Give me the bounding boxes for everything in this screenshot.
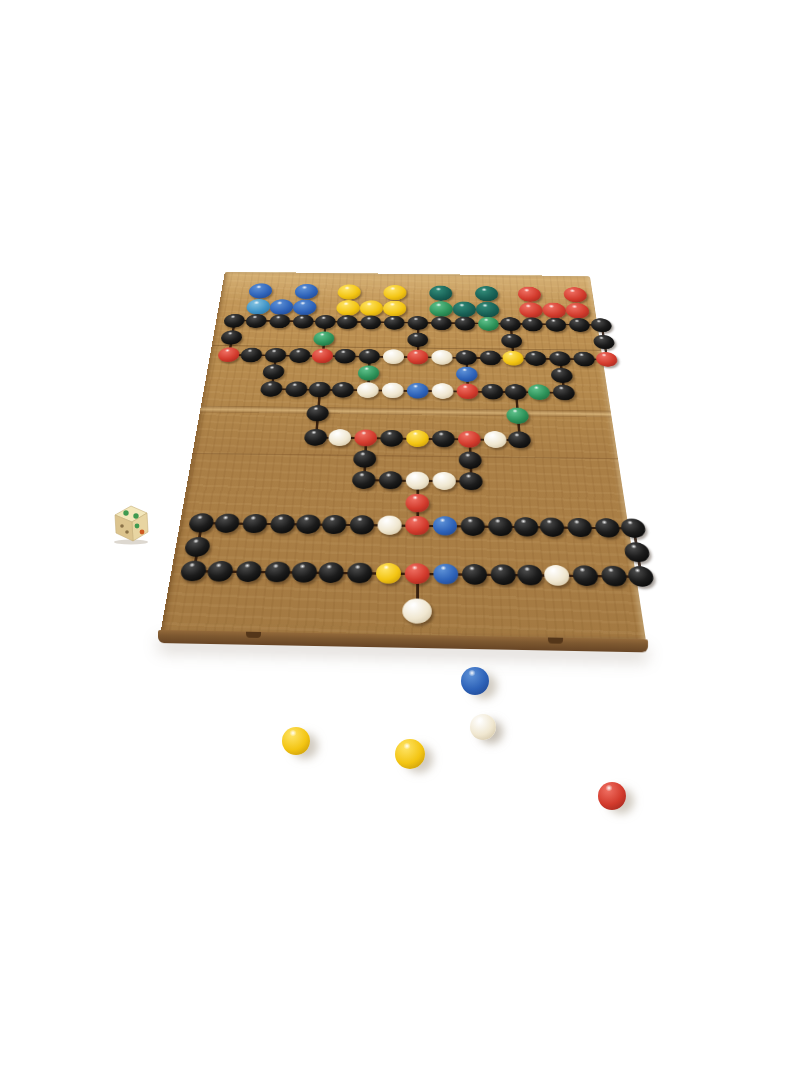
black-peg-row-2-c11: [455, 350, 477, 365]
black-peg-row-6-c12: [488, 517, 513, 536]
blue-marble-row-7-c10[interactable]: [433, 564, 458, 585]
blue-marble-base-top-c2[interactable]: [248, 283, 273, 298]
black-peg-row-3-c3: [260, 381, 284, 397]
black-peg-row-7-c6: [318, 562, 344, 583]
die-pip-red: [140, 530, 145, 535]
black-peg-row-7-c4: [264, 562, 291, 583]
white-barricade-row-5-c9[interactable]: [406, 472, 429, 490]
loose-red-marble-5[interactable]: [598, 782, 626, 810]
black-peg-link-1-2-c17: [593, 335, 616, 350]
red-marble-row-2-c17[interactable]: [595, 352, 618, 367]
black-peg-row-1-c4: [292, 314, 314, 328]
black-peg-row-7-c5: [291, 562, 318, 583]
black-peg-row-2-c2: [240, 348, 263, 363]
black-peg-row-3-c12: [481, 384, 504, 400]
clasp-notch: [548, 637, 563, 643]
black-peg-row-4-c13: [508, 431, 532, 448]
black-peg-row-2-c7: [358, 349, 380, 364]
black-peg-row-4-c8: [380, 430, 403, 447]
black-peg-link-1-2-c1: [220, 330, 243, 344]
black-peg-row-5-c11: [459, 472, 483, 490]
clasp-notch: [246, 632, 261, 638]
black-peg-row-6-c2: [214, 513, 241, 532]
game-board: [160, 272, 646, 641]
black-peg-row-1-c11: [454, 316, 475, 330]
black-peg-row-6-c4: [269, 514, 295, 533]
red-marble-row-2-c9[interactable]: [407, 350, 428, 365]
red-marble-base-top-c14[interactable]: [517, 287, 541, 302]
red-marble-row-2-c5[interactable]: [311, 348, 333, 363]
white-barricade-row-2-c8[interactable]: [383, 349, 404, 364]
black-peg-row-1-c6: [337, 315, 358, 329]
yellow-marble-base-bottom-c7[interactable]: [359, 300, 383, 316]
black-peg-row-3-c6: [332, 382, 355, 398]
white-barricade-row-4-c6[interactable]: [328, 429, 352, 446]
blue-marble-base-bottom-c3[interactable]: [269, 299, 294, 315]
die-pip-green: [135, 524, 140, 529]
white-barricade-row-2-c10[interactable]: [431, 350, 452, 365]
loose-yellow-marble-4[interactable]: [395, 739, 425, 769]
black-peg-row-2-c16: [573, 352, 596, 367]
yellow-marble-base-top-c8[interactable]: [383, 285, 406, 300]
black-peg-row-1-c7: [360, 315, 381, 329]
white-barricade-row-7-c14[interactable]: [543, 565, 570, 586]
black-peg-row-7-c15: [572, 565, 599, 586]
black-peg-row-5-c8: [379, 471, 403, 489]
black-peg-link-2-3-c3: [262, 364, 285, 379]
red-marble-row-2-c1[interactable]: [217, 347, 240, 362]
black-peg-row-6-c14: [539, 517, 565, 536]
black-peg-row-7-c7: [347, 563, 373, 584]
black-peg-row-4-c5: [304, 429, 328, 446]
green-marble-row-3-c14[interactable]: [527, 384, 550, 400]
red-marble-base-bottom-c14[interactable]: [519, 302, 544, 318]
yellow-marble-base-bottom-c6[interactable]: [336, 300, 360, 316]
black-peg-row-2-c15: [549, 351, 572, 366]
yellow-marble-row-2-c13[interactable]: [502, 351, 524, 366]
black-peg-link-2-3-c15: [550, 368, 573, 383]
black-peg-row-7-c16: [600, 566, 628, 587]
black-peg-row-7-c17: [627, 566, 655, 587]
white-barricade-row-3-c8[interactable]: [382, 383, 404, 399]
black-peg-row-1-c5: [314, 315, 336, 329]
red-marble-row-7-c9[interactable]: [405, 563, 430, 584]
red-marble-row-4-c11[interactable]: [458, 431, 481, 448]
teal-marble-base-top-c10[interactable]: [429, 285, 452, 300]
black-peg-row-6-c16: [594, 518, 621, 538]
white-barricade-row-4-c12[interactable]: [484, 431, 507, 448]
black-peg-row-2-c14: [525, 351, 547, 366]
black-peg-row-1-c15: [545, 317, 567, 331]
black-peg-row-6-c17: [620, 518, 647, 538]
red-marble-link-5-6-c9[interactable]: [405, 493, 429, 512]
black-peg-row-1-c8: [384, 315, 405, 329]
black-peg-row-6-c15: [567, 518, 593, 538]
black-peg-row-7-c11: [462, 564, 488, 585]
black-peg-row-2-c3: [264, 348, 287, 363]
red-marble-row-3-c11[interactable]: [456, 383, 478, 399]
black-peg-row-6-c11: [460, 516, 485, 535]
black-peg-row-1-c17: [590, 318, 613, 332]
black-peg-link-3-4-c5: [306, 405, 329, 421]
yellow-marble-row-4-c9[interactable]: [406, 430, 429, 447]
black-peg-row-6-c6: [322, 515, 347, 534]
die-pip-hole: [120, 524, 124, 528]
black-peg-row-3-c5: [308, 382, 331, 398]
teal-marble-base-bottom-c11[interactable]: [453, 301, 477, 317]
black-peg-row-5-c7: [352, 471, 376, 489]
red-marble-base-top-c16[interactable]: [563, 287, 588, 302]
lightblue-marble-base-bottom-c2[interactable]: [245, 299, 270, 315]
black-peg-row-1-c3: [269, 314, 291, 328]
black-peg-link-6-7-c17: [623, 542, 651, 562]
black-peg-row-1-c14: [522, 317, 544, 331]
black-peg-row-6-c13: [514, 517, 539, 536]
board-plank-seam: [192, 453, 618, 460]
black-peg-link-1-2-c13: [501, 334, 523, 349]
blue-marble-row-3-c9[interactable]: [407, 383, 429, 399]
wooden-die[interactable]: [106, 498, 156, 546]
red-marble-row-4-c7[interactable]: [354, 429, 377, 446]
teal-marble-base-top-c12[interactable]: [475, 286, 499, 301]
black-peg-row-7-c1: [179, 561, 207, 582]
black-peg-row-6-c3: [242, 514, 268, 533]
black-peg-row-1-c9: [408, 316, 429, 330]
black-peg-row-6-c1: [188, 513, 215, 532]
black-peg-row-3-c15: [552, 385, 575, 401]
black-peg-row-2-c12: [480, 350, 502, 365]
black-peg-link-6-7-c1: [184, 536, 212, 556]
product-photo-stage: [0, 0, 800, 1074]
black-peg-row-1-c2: [245, 314, 267, 328]
die-pip-green: [123, 510, 128, 515]
black-peg-row-2-c6: [334, 349, 356, 364]
black-peg-row-7-c12: [490, 564, 516, 585]
white-barricade-goal-c9[interactable]: [402, 598, 432, 623]
die-pip-hole: [125, 530, 129, 534]
loose-white-marble-2[interactable]: [470, 714, 496, 740]
black-peg-link-1-2-c9: [407, 333, 428, 348]
black-peg-row-7-c2: [206, 561, 234, 582]
teal-marble-base-bottom-c12[interactable]: [476, 302, 500, 318]
white-barricade-row-6-c8[interactable]: [377, 515, 401, 534]
blue-marble-base-top-c4[interactable]: [294, 284, 318, 299]
blue-marble-base-bottom-c4[interactable]: [292, 299, 317, 315]
white-barricade-row-5-c10[interactable]: [433, 472, 457, 490]
loose-yellow-marble-3[interactable]: [282, 727, 310, 755]
white-barricade-row-3-c10[interactable]: [432, 383, 454, 399]
blue-marble-row-6-c10[interactable]: [433, 516, 457, 535]
die-pip-green: [133, 513, 138, 518]
black-peg-link-4-5-c11: [458, 451, 481, 469]
green-marble-link-3-4-c13[interactable]: [506, 407, 529, 423]
black-peg-link-4-5-c7: [353, 450, 377, 468]
black-peg-row-6-c5: [296, 514, 322, 533]
green-marble-link-1-2-c5[interactable]: [313, 331, 335, 346]
loose-blue-marble-1[interactable]: [461, 667, 489, 695]
red-marble-row-6-c9[interactable]: [405, 516, 429, 535]
black-peg-row-1-c10: [431, 316, 452, 330]
black-peg-row-3-c4: [285, 381, 308, 397]
yellow-marble-base-bottom-c8[interactable]: [383, 301, 407, 317]
black-peg-row-1-c16: [568, 318, 590, 332]
yellow-marble-base-top-c6[interactable]: [337, 284, 361, 299]
blue-marble-link-2-3-c11[interactable]: [456, 367, 478, 382]
black-peg-row-1-c1: [223, 313, 246, 327]
red-marble-base-bottom-c16[interactable]: [565, 303, 590, 319]
black-peg-row-3-c13: [504, 384, 527, 400]
black-peg-row-6-c7: [349, 515, 374, 534]
black-peg-row-7-c3: [235, 561, 262, 582]
black-peg-row-1-c13: [500, 317, 521, 331]
red-marble-base-bottom-c15[interactable]: [542, 303, 567, 319]
black-peg-row-7-c13: [517, 565, 543, 586]
black-peg-row-2-c4: [289, 348, 312, 363]
yellow-marble-row-7-c8[interactable]: [376, 563, 401, 584]
white-barricade-row-3-c7[interactable]: [357, 382, 379, 398]
green-marble-row-1-c12[interactable]: [478, 317, 499, 331]
black-peg-row-4-c10: [432, 430, 455, 447]
green-marble-base-bottom-c10[interactable]: [429, 301, 453, 317]
board-hinge-seam: [200, 406, 612, 418]
green-marble-link-2-3-c7[interactable]: [358, 365, 380, 380]
